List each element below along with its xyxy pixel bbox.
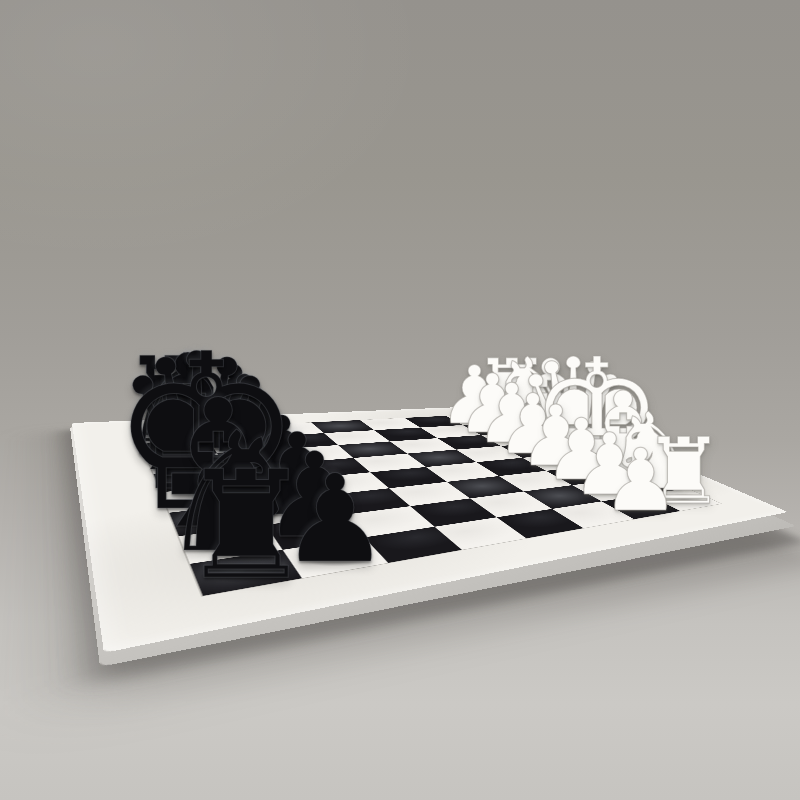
studio-photo: ♜♟♞♟♟♜♝♟♟♛♞♟♚♟♟♝♝♟♟♛♞♟♟♚♜♟♟♝♟♞♟♜ — [0, 0, 800, 800]
